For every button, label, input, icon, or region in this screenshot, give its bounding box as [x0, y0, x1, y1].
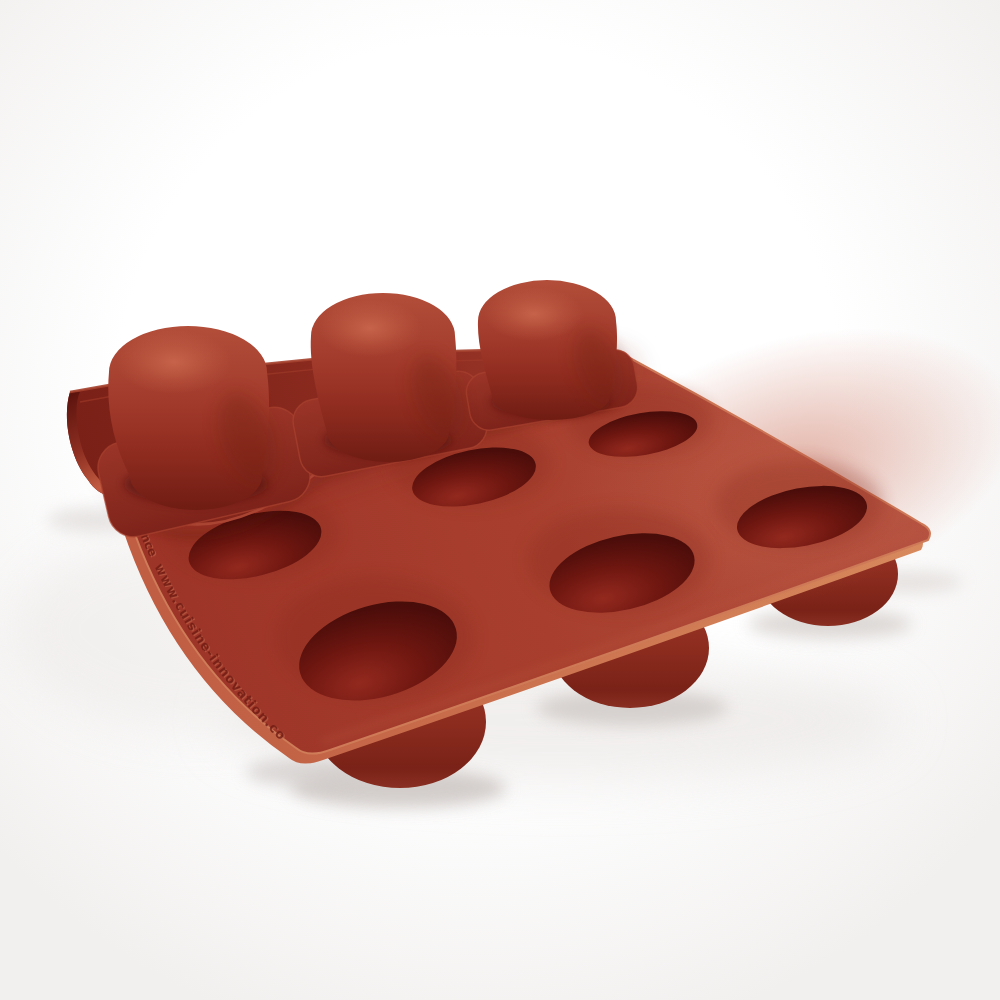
- dome-highlight: [318, 299, 422, 357]
- silicone-mold-illustration: in France in France www.cuisine-innovati…: [0, 0, 1000, 1000]
- dome-highlight: [116, 330, 232, 394]
- product-photo: in France in France www.cuisine-innovati…: [0, 0, 1000, 1000]
- dome-highlight: [484, 287, 584, 341]
